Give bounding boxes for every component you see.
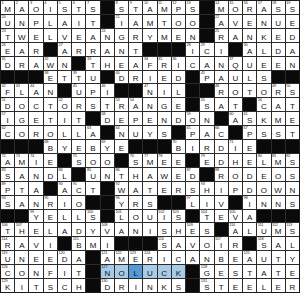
grid-cell[interactable]: A: [215, 71, 228, 84]
grid-cell[interactable]: 48R: [215, 84, 228, 97]
grid-cell[interactable]: A: [15, 43, 28, 56]
grid-cell[interactable]: D: [172, 112, 185, 125]
grid-cell[interactable]: I: [158, 84, 171, 97]
grid-cell[interactable]: D: [44, 168, 57, 181]
grid-cell[interactable]: A: [29, 182, 42, 195]
grid-cell[interactable]: N: [200, 112, 213, 125]
grid-cell[interactable]: S: [286, 196, 299, 209]
grid-cell[interactable]: 79E: [200, 154, 213, 167]
grid-cell[interactable]: T: [272, 251, 285, 264]
grid-cell[interactable]: R: [129, 71, 142, 84]
grid-cell[interactable]: 84L: [58, 168, 71, 181]
grid-cell[interactable]: I: [72, 15, 85, 28]
grid-cell[interactable]: 36I: [172, 57, 185, 70]
grid-cell[interactable]: S: [286, 168, 299, 181]
grid-cell[interactable]: 125A: [243, 251, 256, 264]
grid-cell[interactable]: P: [29, 15, 42, 28]
grid-cell[interactable]: 71I: [229, 140, 242, 153]
grid-cell[interactable]: Y: [58, 140, 71, 153]
grid-cell[interactable]: 32W: [44, 57, 57, 70]
grid-cell[interactable]: O: [257, 84, 270, 97]
highlighted-cell[interactable]: K: [172, 265, 185, 278]
grid-cell[interactable]: A: [58, 15, 71, 28]
grid-cell[interactable]: 44A: [29, 84, 42, 97]
grid-cell[interactable]: L: [72, 210, 85, 223]
grid-cell[interactable]: S: [158, 223, 171, 236]
grid-cell[interactable]: 118S: [257, 237, 270, 250]
grid-cell[interactable]: T: [44, 112, 57, 125]
grid-cell[interactable]: T: [215, 279, 228, 292]
grid-cell[interactable]: A: [15, 168, 28, 181]
grid-cell[interactable]: A: [72, 251, 85, 264]
grid-cell[interactable]: 49R: [272, 84, 285, 97]
grid-cell[interactable]: 128G: [200, 265, 213, 278]
grid-cell[interactable]: 16R: [243, 1, 256, 14]
grid-cell[interactable]: R: [229, 237, 242, 250]
grid-cell[interactable]: O: [15, 126, 28, 139]
grid-cell[interactable]: A: [101, 43, 114, 56]
grid-cell[interactable]: 94S: [1, 196, 14, 209]
grid-cell[interactable]: 47N: [143, 84, 156, 97]
grid-cell[interactable]: 40D: [115, 71, 128, 84]
grid-cell[interactable]: 100S: [86, 210, 99, 223]
grid-cell[interactable]: 106T: [1, 223, 14, 236]
grid-cell[interactable]: 26E: [1, 43, 14, 56]
grid-cell[interactable]: L: [172, 84, 185, 97]
grid-cell[interactable]: E: [143, 112, 156, 125]
grid-cell[interactable]: E: [158, 71, 171, 84]
grid-cell[interactable]: A: [272, 237, 285, 250]
grid-cell[interactable]: E: [158, 182, 171, 195]
grid-cell[interactable]: E: [29, 251, 42, 264]
grid-cell[interactable]: 74I: [29, 154, 42, 167]
grid-cell[interactable]: K: [257, 112, 270, 125]
grid-cell[interactable]: A: [272, 98, 285, 111]
grid-cell[interactable]: S: [158, 126, 171, 139]
grid-cell[interactable]: E: [229, 251, 242, 264]
grid-cell[interactable]: E: [172, 168, 185, 181]
grid-cell[interactable]: O: [129, 210, 142, 223]
grid-cell[interactable]: R: [29, 126, 42, 139]
grid-cell[interactable]: O: [15, 265, 28, 278]
grid-cell[interactable]: 101L: [115, 210, 128, 223]
grid-cell[interactable]: 54A: [129, 98, 142, 111]
grid-cell[interactable]: 80L: [257, 154, 270, 167]
grid-cell[interactable]: N: [129, 223, 142, 236]
grid-cell[interactable]: 61S: [243, 112, 256, 125]
grid-cell[interactable]: P: [86, 84, 99, 97]
grid-cell[interactable]: R: [200, 140, 213, 153]
grid-cell[interactable]: N: [200, 251, 213, 264]
grid-cell[interactable]: R: [86, 43, 99, 56]
grid-cell[interactable]: L: [44, 223, 57, 236]
grid-cell[interactable]: 3O: [29, 1, 42, 14]
grid-cell[interactable]: T: [286, 98, 299, 111]
grid-cell[interactable]: 50S: [286, 84, 299, 97]
grid-cell[interactable]: P: [229, 182, 242, 195]
grid-cell[interactable]: 131S: [200, 279, 213, 292]
grid-cell[interactable]: E: [172, 154, 185, 167]
grid-cell[interactable]: 102I: [158, 210, 171, 223]
grid-cell[interactable]: P: [129, 112, 142, 125]
grid-cell[interactable]: D: [272, 43, 285, 56]
grid-cell[interactable]: C: [29, 98, 42, 111]
grid-cell[interactable]: D: [286, 29, 299, 42]
grid-cell[interactable]: 39T: [72, 71, 85, 84]
grid-cell[interactable]: G: [158, 98, 171, 111]
grid-cell[interactable]: A: [129, 15, 142, 28]
grid-cell[interactable]: E: [272, 279, 285, 292]
grid-cell[interactable]: 117I: [215, 237, 228, 250]
grid-cell[interactable]: T: [158, 15, 171, 28]
grid-cell[interactable]: 75S: [72, 154, 85, 167]
grid-cell[interactable]: O: [172, 15, 185, 28]
grid-cell[interactable]: T: [44, 98, 57, 111]
grid-cell[interactable]: S: [186, 182, 199, 195]
grid-cell[interactable]: T: [15, 182, 28, 195]
grid-cell[interactable]: L: [243, 223, 256, 236]
grid-cell[interactable]: O: [257, 182, 270, 195]
grid-cell[interactable]: T: [29, 279, 42, 292]
grid-cell[interactable]: 119U: [1, 251, 14, 264]
grid-cell[interactable]: 29C: [200, 43, 213, 56]
grid-cell[interactable]: H: [72, 279, 85, 292]
grid-cell[interactable]: E: [115, 140, 128, 153]
grid-cell[interactable]: 43L: [15, 84, 28, 97]
grid-cell[interactable]: T: [272, 265, 285, 278]
grid-cell[interactable]: N: [101, 168, 114, 181]
grid-cell[interactable]: E: [115, 57, 128, 70]
grid-cell[interactable]: 10A: [143, 1, 156, 14]
grid-cell[interactable]: T: [286, 126, 299, 139]
grid-cell[interactable]: L: [44, 15, 57, 28]
grid-cell[interactable]: 55S: [200, 98, 213, 111]
grid-cell[interactable]: S: [257, 126, 270, 139]
grid-cell[interactable]: 64N: [115, 126, 128, 139]
grid-cell[interactable]: E: [272, 29, 285, 42]
grid-cell[interactable]: 24N: [101, 29, 114, 42]
grid-cell[interactable]: O: [72, 196, 85, 209]
grid-cell[interactable]: R: [72, 43, 85, 56]
grid-cell[interactable]: L: [257, 43, 270, 56]
grid-cell[interactable]: H: [129, 168, 142, 181]
grid-cell[interactable]: I: [143, 223, 156, 236]
grid-cell[interactable]: E: [29, 223, 42, 236]
grid-cell[interactable]: M: [158, 29, 171, 42]
grid-cell[interactable]: K: [257, 29, 270, 42]
grid-cell[interactable]: L: [44, 29, 57, 42]
grid-cell[interactable]: 70B: [172, 140, 185, 153]
highlighted-cell[interactable]: U: [143, 265, 156, 278]
grid-cell[interactable]: N: [15, 251, 28, 264]
grid-cell[interactable]: N: [29, 196, 42, 209]
grid-cell[interactable]: 51D: [1, 98, 14, 111]
grid-cell[interactable]: U: [86, 71, 99, 84]
grid-cell[interactable]: C: [186, 57, 199, 70]
grid-cell[interactable]: I: [215, 182, 228, 195]
grid-cell[interactable]: 122M: [115, 251, 128, 264]
grid-cell[interactable]: 98I: [243, 196, 256, 209]
grid-cell[interactable]: E: [215, 210, 228, 223]
grid-cell[interactable]: 30A: [243, 43, 256, 56]
grid-cell[interactable]: 69Y: [101, 140, 114, 153]
grid-cell[interactable]: R: [15, 57, 28, 70]
grid-cell[interactable]: E: [229, 279, 242, 292]
grid-cell[interactable]: S: [272, 126, 285, 139]
grid-cell[interactable]: 83S: [1, 168, 14, 181]
grid-cell[interactable]: I: [143, 71, 156, 84]
grid-cell[interactable]: U: [229, 71, 242, 84]
grid-cell[interactable]: 123E: [129, 251, 142, 264]
grid-cell[interactable]: V: [215, 196, 228, 209]
grid-cell[interactable]: L: [243, 71, 256, 84]
grid-cell[interactable]: N: [115, 43, 128, 56]
grid-cell[interactable]: 52O: [58, 98, 71, 111]
grid-cell[interactable]: N: [257, 196, 270, 209]
grid-cell[interactable]: E: [72, 140, 85, 153]
grid-cell[interactable]: 53R: [115, 98, 128, 111]
grid-cell[interactable]: N: [243, 29, 256, 42]
grid-cell[interactable]: Y: [143, 126, 156, 139]
grid-cell[interactable]: A: [286, 43, 299, 56]
grid-cell[interactable]: A: [257, 265, 270, 278]
grid-cell[interactable]: A: [243, 210, 256, 223]
grid-cell[interactable]: E: [272, 57, 285, 70]
grid-cell[interactable]: 73M: [15, 154, 28, 167]
grid-cell[interactable]: A: [200, 126, 213, 139]
grid-cell[interactable]: 46I: [101, 84, 114, 97]
grid-cell[interactable]: R: [29, 43, 42, 56]
grid-cell[interactable]: N: [272, 196, 285, 209]
grid-cell[interactable]: A: [129, 182, 142, 195]
grid-cell[interactable]: 67P: [243, 126, 256, 139]
grid-cell[interactable]: 27A: [58, 43, 71, 56]
grid-cell[interactable]: 19S: [286, 1, 299, 14]
grid-cell[interactable]: I: [58, 112, 71, 125]
grid-cell[interactable]: T: [243, 84, 256, 97]
grid-cell[interactable]: N: [158, 112, 171, 125]
grid-cell[interactable]: E: [286, 15, 299, 28]
grid-cell[interactable]: U: [129, 126, 142, 139]
grid-cell[interactable]: L: [58, 210, 71, 223]
grid-cell[interactable]: 34F: [143, 57, 156, 70]
grid-cell[interactable]: R: [172, 182, 185, 195]
grid-cell[interactable]: E: [172, 98, 185, 111]
grid-cell[interactable]: N: [44, 84, 57, 97]
grid-cell[interactable]: A: [129, 57, 142, 70]
grid-cell[interactable]: D: [243, 168, 256, 181]
grid-cell[interactable]: O: [229, 168, 242, 181]
grid-cell[interactable]: S: [86, 98, 99, 111]
grid-cell[interactable]: M: [143, 15, 156, 28]
grid-cell[interactable]: I: [44, 237, 57, 250]
grid-cell[interactable]: 22A: [215, 15, 228, 28]
grid-cell[interactable]: E: [44, 251, 57, 264]
grid-cell[interactable]: 115B: [72, 237, 85, 250]
grid-cell[interactable]: 111U: [257, 223, 270, 236]
grid-cell[interactable]: 116S: [158, 237, 171, 250]
grid-cell[interactable]: 18S: [272, 1, 285, 14]
grid-cell[interactable]: N: [29, 265, 42, 278]
grid-cell[interactable]: 124R: [143, 251, 156, 264]
grid-cell[interactable]: 108V: [101, 223, 114, 236]
grid-cell[interactable]: U: [143, 210, 156, 223]
grid-cell[interactable]: 15O: [229, 1, 242, 14]
grid-cell[interactable]: I: [58, 265, 71, 278]
grid-cell[interactable]: 109E: [186, 223, 199, 236]
grid-cell[interactable]: E: [44, 210, 57, 223]
grid-cell[interactable]: M: [86, 237, 99, 250]
grid-cell[interactable]: E: [286, 112, 299, 125]
grid-cell[interactable]: E: [257, 57, 270, 70]
grid-cell[interactable]: 62C: [1, 126, 14, 139]
grid-cell[interactable]: E: [29, 29, 42, 42]
grid-cell[interactable]: 77M: [143, 154, 156, 167]
grid-cell[interactable]: E: [44, 154, 57, 167]
grid-cell[interactable]: S: [257, 71, 270, 84]
grid-cell[interactable]: 6T: [72, 1, 85, 14]
grid-cell[interactable]: E: [72, 29, 85, 42]
grid-cell[interactable]: T: [72, 265, 85, 278]
grid-cell[interactable]: D: [215, 154, 228, 167]
grid-cell[interactable]: 21I: [115, 15, 128, 28]
grid-cell[interactable]: 12P: [172, 1, 185, 14]
grid-cell[interactable]: D: [215, 140, 228, 153]
grid-cell[interactable]: H: [172, 223, 185, 236]
grid-cell[interactable]: 90A: [58, 182, 71, 195]
grid-cell[interactable]: 42F: [1, 84, 14, 97]
grid-cell[interactable]: R: [286, 279, 299, 292]
grid-cell[interactable]: 38E: [44, 71, 57, 84]
grid-cell[interactable]: 45U: [72, 84, 85, 97]
grid-cell[interactable]: N: [58, 57, 71, 70]
grid-cell[interactable]: 85U: [86, 168, 99, 181]
grid-cell[interactable]: T: [58, 71, 71, 84]
grid-cell[interactable]: 104T: [200, 210, 213, 223]
grid-cell[interactable]: A: [229, 29, 242, 42]
grid-cell[interactable]: R: [72, 98, 85, 111]
grid-cell[interactable]: L: [286, 237, 299, 250]
grid-cell[interactable]: 8S: [115, 1, 128, 14]
grid-cell[interactable]: N: [29, 168, 42, 181]
grid-cell[interactable]: I: [215, 43, 228, 56]
grid-cell[interactable]: B: [86, 140, 99, 153]
grid-cell[interactable]: H: [101, 57, 114, 70]
grid-cell[interactable]: T: [143, 182, 156, 195]
grid-cell[interactable]: 96Y: [115, 196, 128, 209]
grid-cell[interactable]: R: [129, 29, 142, 42]
grid-cell[interactable]: 93H: [200, 182, 213, 195]
grid-cell[interactable]: I: [129, 279, 142, 292]
highlighted-cell[interactable]: 127N: [101, 265, 114, 278]
grid-cell[interactable]: A: [15, 237, 28, 250]
grid-cell[interactable]: I: [15, 279, 28, 292]
grid-cell[interactable]: 66C: [215, 126, 228, 139]
grid-cell[interactable]: 120D: [58, 251, 71, 264]
grid-cell[interactable]: L: [257, 279, 270, 292]
grid-cell[interactable]: L: [72, 126, 85, 139]
grid-cell[interactable]: C: [58, 279, 71, 292]
grid-cell[interactable]: V: [229, 15, 242, 28]
grid-cell[interactable]: T: [101, 98, 114, 111]
grid-cell[interactable]: 81M: [272, 154, 285, 167]
grid-cell[interactable]: S: [172, 279, 185, 292]
grid-cell[interactable]: 114R: [1, 237, 14, 250]
grid-cell[interactable]: 99Y: [29, 210, 42, 223]
grid-cell[interactable]: A: [143, 168, 156, 181]
grid-cell[interactable]: E: [243, 279, 256, 292]
grid-cell[interactable]: M: [272, 112, 285, 125]
grid-cell[interactable]: 20U: [1, 15, 14, 28]
grid-cell[interactable]: E: [243, 154, 256, 167]
grid-cell[interactable]: 17A: [257, 1, 270, 14]
grid-cell[interactable]: T: [86, 182, 99, 195]
grid-cell[interactable]: 14M: [215, 1, 228, 14]
grid-cell[interactable]: W: [15, 29, 28, 42]
grid-cell[interactable]: I: [101, 237, 114, 250]
highlighted-cell[interactable]: C: [158, 265, 171, 278]
grid-cell[interactable]: A: [200, 57, 213, 70]
grid-cell[interactable]: A: [115, 223, 128, 236]
grid-cell[interactable]: N: [215, 57, 228, 70]
grid-cell[interactable]: 126C: [1, 265, 14, 278]
grid-cell[interactable]: S: [200, 223, 213, 236]
grid-cell[interactable]: N: [257, 15, 270, 28]
grid-cell[interactable]: A: [172, 237, 185, 250]
grid-cell[interactable]: 56C: [257, 98, 270, 111]
grid-cell[interactable]: G: [15, 112, 28, 125]
grid-cell[interactable]: 130D: [101, 279, 114, 292]
grid-cell[interactable]: E: [172, 29, 185, 42]
grid-cell[interactable]: V: [186, 237, 199, 250]
grid-cell[interactable]: 31D: [1, 57, 14, 70]
grid-cell[interactable]: U: [243, 57, 256, 70]
grid-cell[interactable]: E: [115, 112, 128, 125]
grid-cell[interactable]: D: [243, 182, 256, 195]
grid-cell[interactable]: R: [115, 279, 128, 292]
grid-cell[interactable]: N: [286, 57, 299, 70]
grid-cell[interactable]: A: [58, 223, 71, 236]
grid-cell[interactable]: V: [29, 237, 42, 250]
grid-cell[interactable]: U: [272, 15, 285, 28]
grid-cell[interactable]: 92W: [115, 182, 128, 195]
grid-cell[interactable]: 23T: [1, 29, 14, 42]
grid-cell[interactable]: 95R: [44, 196, 57, 209]
grid-cell[interactable]: 41P: [200, 71, 213, 84]
grid-cell[interactable]: O: [101, 154, 114, 167]
grid-cell[interactable]: 113S: [286, 223, 299, 236]
grid-cell[interactable]: 103S: [172, 210, 185, 223]
grid-cell[interactable]: T: [243, 265, 256, 278]
grid-cell[interactable]: U: [257, 251, 270, 264]
grid-cell[interactable]: O: [200, 237, 213, 250]
grid-cell[interactable]: 78E: [158, 154, 171, 167]
highlighted-cell[interactable]: O: [115, 265, 128, 278]
grid-cell[interactable]: E: [243, 140, 256, 153]
cursor-cell[interactable]: L: [129, 265, 142, 278]
grid-cell[interactable]: Y: [143, 29, 156, 42]
grid-cell[interactable]: E: [257, 168, 270, 181]
grid-cell[interactable]: 33T: [86, 57, 99, 70]
grid-cell[interactable]: A: [186, 251, 199, 264]
grid-cell[interactable]: S: [44, 279, 57, 292]
grid-cell[interactable]: D: [172, 71, 185, 84]
grid-cell[interactable]: 58D: [101, 112, 114, 125]
grid-cell[interactable]: E: [215, 265, 228, 278]
grid-cell[interactable]: E: [243, 15, 256, 28]
grid-cell[interactable]: N: [143, 279, 156, 292]
grid-cell[interactable]: 2A: [15, 1, 28, 14]
